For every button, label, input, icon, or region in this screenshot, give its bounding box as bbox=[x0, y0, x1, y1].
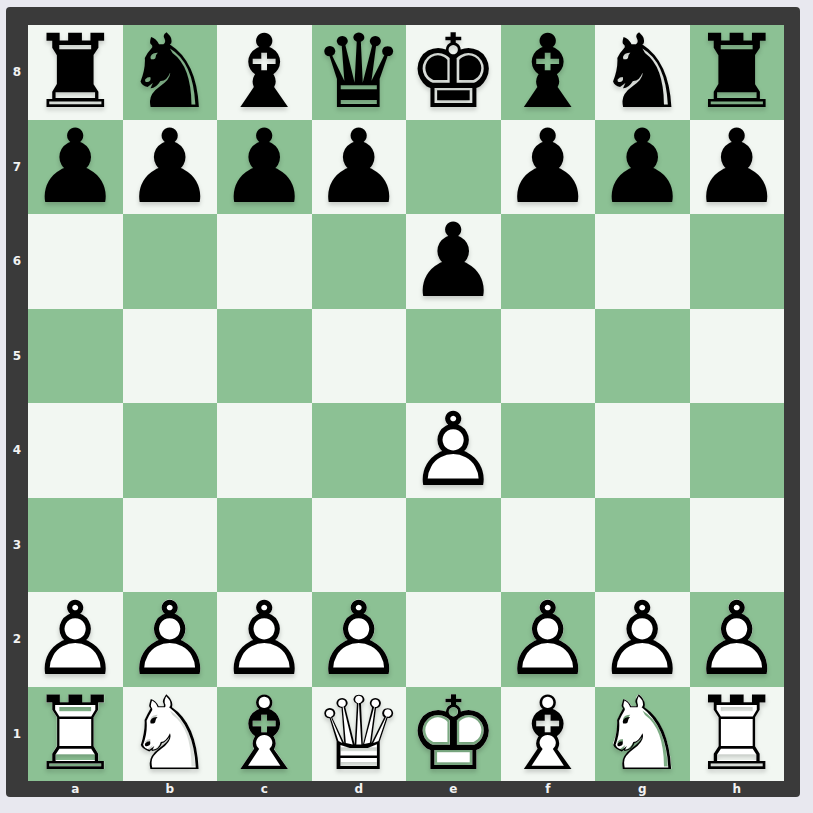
square-f6[interactable] bbox=[501, 214, 596, 309]
black-pawn-a7[interactable]: ♟ bbox=[28, 120, 123, 215]
square-b3[interactable] bbox=[123, 498, 218, 593]
rank-labels: 87654321 bbox=[6, 25, 28, 781]
black-queen-d8[interactable]: ♛ bbox=[312, 25, 407, 120]
white-king-outline-glyph: ♔ bbox=[408, 683, 499, 785]
white-pawn-f2[interactable]: ♟♙ bbox=[501, 592, 596, 687]
square-f4[interactable] bbox=[501, 403, 596, 498]
square-e5[interactable] bbox=[406, 309, 501, 404]
page-background: 87654321 abcdefgh ♜♞♝♛♚♝♞♜♟♟♟♟♟♟♟♟♟♙♟♙♟♙… bbox=[0, 0, 813, 813]
white-rook-outline-glyph: ♖ bbox=[30, 683, 121, 785]
square-c6[interactable] bbox=[217, 214, 312, 309]
square-e6[interactable]: ♟ bbox=[406, 214, 501, 309]
square-c5[interactable] bbox=[217, 309, 312, 404]
white-pawn-h2[interactable]: ♟♙ bbox=[690, 592, 785, 687]
square-d6[interactable] bbox=[312, 214, 407, 309]
square-e1[interactable]: ♚♔ bbox=[406, 687, 501, 782]
white-knight-outline-glyph: ♘ bbox=[124, 683, 215, 785]
square-b4[interactable] bbox=[123, 403, 218, 498]
square-a1[interactable]: ♜♖ bbox=[28, 687, 123, 782]
white-bishop-f1[interactable]: ♝♗ bbox=[501, 687, 596, 782]
black-pawn-glyph: ♟ bbox=[313, 116, 404, 218]
square-g4[interactable] bbox=[595, 403, 690, 498]
square-h6[interactable] bbox=[690, 214, 785, 309]
white-pawn-e4[interactable]: ♟♙ bbox=[406, 403, 501, 498]
square-e7[interactable] bbox=[406, 120, 501, 215]
white-king-e1[interactable]: ♚♔ bbox=[406, 687, 501, 782]
white-pawn-b2[interactable]: ♟♙ bbox=[123, 592, 218, 687]
white-rook-h1[interactable]: ♜♖ bbox=[690, 687, 785, 782]
square-d7[interactable]: ♟ bbox=[312, 120, 407, 215]
board-frame: 87654321 abcdefgh ♜♞♝♛♚♝♞♜♟♟♟♟♟♟♟♟♟♙♟♙♟♙… bbox=[6, 7, 800, 797]
black-pawn-glyph: ♟ bbox=[30, 116, 121, 218]
square-d1[interactable]: ♛♕ bbox=[312, 687, 407, 782]
square-a2[interactable]: ♟♙ bbox=[28, 592, 123, 687]
black-pawn-glyph: ♟ bbox=[124, 116, 215, 218]
square-g2[interactable]: ♟♙ bbox=[595, 592, 690, 687]
square-d3[interactable] bbox=[312, 498, 407, 593]
square-h8[interactable]: ♜ bbox=[690, 25, 785, 120]
square-g5[interactable] bbox=[595, 309, 690, 404]
black-knight-g8[interactable]: ♞ bbox=[595, 25, 690, 120]
white-pawn-a2[interactable]: ♟♙ bbox=[28, 592, 123, 687]
rank-label-6: 6 bbox=[6, 214, 28, 309]
black-pawn-glyph: ♟ bbox=[597, 116, 688, 218]
square-g6[interactable] bbox=[595, 214, 690, 309]
square-g3[interactable] bbox=[595, 498, 690, 593]
white-bishop-outline-glyph: ♗ bbox=[502, 683, 593, 785]
square-c7[interactable]: ♟ bbox=[217, 120, 312, 215]
white-bishop-outline-glyph: ♗ bbox=[219, 683, 310, 785]
black-bishop-c8[interactable]: ♝ bbox=[217, 25, 312, 120]
square-f8[interactable]: ♝ bbox=[501, 25, 596, 120]
white-bishop-c1[interactable]: ♝♗ bbox=[217, 687, 312, 782]
black-knight-b8[interactable]: ♞ bbox=[123, 25, 218, 120]
black-pawn-glyph: ♟ bbox=[691, 116, 782, 218]
square-f3[interactable] bbox=[501, 498, 596, 593]
square-a7[interactable]: ♟ bbox=[28, 120, 123, 215]
square-f1[interactable]: ♝♗ bbox=[501, 687, 596, 782]
square-d8[interactable]: ♛ bbox=[312, 25, 407, 120]
square-b1[interactable]: ♞♘ bbox=[123, 687, 218, 782]
square-c4[interactable] bbox=[217, 403, 312, 498]
white-queen-d1[interactable]: ♛♕ bbox=[312, 687, 407, 782]
square-d4[interactable] bbox=[312, 403, 407, 498]
white-rook-a1[interactable]: ♜♖ bbox=[28, 687, 123, 782]
white-knight-b1[interactable]: ♞♘ bbox=[123, 687, 218, 782]
square-a5[interactable] bbox=[28, 309, 123, 404]
black-pawn-e6[interactable]: ♟ bbox=[406, 214, 501, 309]
square-b2[interactable]: ♟♙ bbox=[123, 592, 218, 687]
black-pawn-b7[interactable]: ♟ bbox=[123, 120, 218, 215]
square-h5[interactable] bbox=[690, 309, 785, 404]
black-rook-h8[interactable]: ♜ bbox=[690, 25, 785, 120]
rank-label-7: 7 bbox=[6, 120, 28, 215]
rank-label-2: 2 bbox=[6, 592, 28, 687]
square-e3[interactable] bbox=[406, 498, 501, 593]
black-pawn-c7[interactable]: ♟ bbox=[217, 120, 312, 215]
square-h1[interactable]: ♜♖ bbox=[690, 687, 785, 782]
black-pawn-glyph: ♟ bbox=[502, 116, 593, 218]
square-h2[interactable]: ♟♙ bbox=[690, 592, 785, 687]
square-f7[interactable]: ♟ bbox=[501, 120, 596, 215]
square-f2[interactable]: ♟♙ bbox=[501, 592, 596, 687]
square-b8[interactable]: ♞ bbox=[123, 25, 218, 120]
black-pawn-glyph: ♟ bbox=[408, 210, 499, 312]
square-b6[interactable] bbox=[123, 214, 218, 309]
square-g7[interactable]: ♟ bbox=[595, 120, 690, 215]
square-d5[interactable] bbox=[312, 309, 407, 404]
white-knight-g1[interactable]: ♞♘ bbox=[595, 687, 690, 782]
square-e4[interactable]: ♟♙ bbox=[406, 403, 501, 498]
square-h3[interactable] bbox=[690, 498, 785, 593]
rank-label-5: 5 bbox=[6, 309, 28, 404]
square-d2[interactable]: ♟♙ bbox=[312, 592, 407, 687]
black-king-e8[interactable]: ♚ bbox=[406, 25, 501, 120]
white-knight-outline-glyph: ♘ bbox=[597, 683, 688, 785]
rank-label-8: 8 bbox=[6, 25, 28, 120]
square-c2[interactable]: ♟♙ bbox=[217, 592, 312, 687]
square-b5[interactable] bbox=[123, 309, 218, 404]
rank-label-3: 3 bbox=[6, 498, 28, 593]
square-f5[interactable] bbox=[501, 309, 596, 404]
square-g8[interactable]: ♞ bbox=[595, 25, 690, 120]
chess-board: ♜♞♝♛♚♝♞♜♟♟♟♟♟♟♟♟♟♙♟♙♟♙♟♙♟♙♟♙♟♙♟♙♜♖♞♘♝♗♛♕… bbox=[28, 25, 784, 781]
square-c3[interactable] bbox=[217, 498, 312, 593]
rank-label-1: 1 bbox=[6, 687, 28, 782]
square-c1[interactable]: ♝♗ bbox=[217, 687, 312, 782]
black-pawn-g7[interactable]: ♟ bbox=[595, 120, 690, 215]
square-h7[interactable]: ♟ bbox=[690, 120, 785, 215]
black-pawn-h7[interactable]: ♟ bbox=[690, 120, 785, 215]
black-rook-a8[interactable]: ♜ bbox=[28, 25, 123, 120]
square-b7[interactable]: ♟ bbox=[123, 120, 218, 215]
square-e8[interactable]: ♚ bbox=[406, 25, 501, 120]
white-pawn-outline-glyph: ♙ bbox=[408, 399, 499, 501]
white-rook-outline-glyph: ♖ bbox=[691, 683, 782, 785]
square-g1[interactable]: ♞♘ bbox=[595, 687, 690, 782]
black-pawn-d7[interactable]: ♟ bbox=[312, 120, 407, 215]
square-a6[interactable] bbox=[28, 214, 123, 309]
white-pawn-c2[interactable]: ♟♙ bbox=[217, 592, 312, 687]
square-c8[interactable]: ♝ bbox=[217, 25, 312, 120]
black-pawn-f7[interactable]: ♟ bbox=[501, 120, 596, 215]
square-a4[interactable] bbox=[28, 403, 123, 498]
white-queen-outline-glyph: ♕ bbox=[313, 683, 404, 785]
white-pawn-d2[interactable]: ♟♙ bbox=[312, 592, 407, 687]
black-king-glyph: ♚ bbox=[408, 21, 499, 123]
square-a8[interactable]: ♜ bbox=[28, 25, 123, 120]
square-e2[interactable] bbox=[406, 592, 501, 687]
black-bishop-f8[interactable]: ♝ bbox=[501, 25, 596, 120]
white-pawn-g2[interactable]: ♟♙ bbox=[595, 592, 690, 687]
square-a3[interactable] bbox=[28, 498, 123, 593]
square-h4[interactable] bbox=[690, 403, 785, 498]
rank-label-4: 4 bbox=[6, 403, 28, 498]
black-pawn-glyph: ♟ bbox=[219, 116, 310, 218]
